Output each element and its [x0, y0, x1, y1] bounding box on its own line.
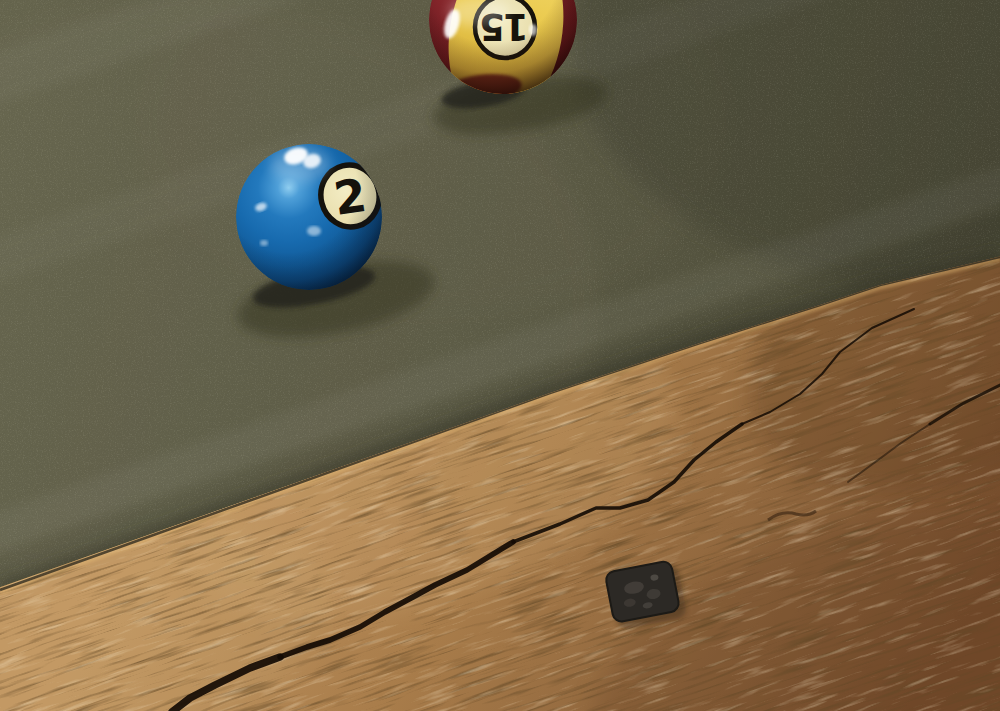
pool-table-photo: 15 2	[0, 0, 1000, 711]
ball-2-specular-4	[307, 226, 321, 236]
ball-15-specular-2	[529, 24, 537, 36]
scene-svg: 15 2	[0, 0, 1000, 711]
ball-2-specular-5	[260, 240, 268, 246]
